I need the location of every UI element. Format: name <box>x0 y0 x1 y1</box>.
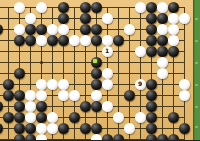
stone-white <box>36 79 47 90</box>
stone-black <box>3 79 14 90</box>
stone-black <box>157 46 168 57</box>
stone-black <box>91 2 102 13</box>
stone-black <box>14 112 25 123</box>
stone-black <box>146 35 157 46</box>
stone-black <box>113 134 124 141</box>
stone-white <box>157 57 168 68</box>
stone-black <box>14 123 25 134</box>
stone-white <box>168 13 179 24</box>
stone-black <box>146 101 157 112</box>
stone-white <box>135 46 146 57</box>
stone-black <box>0 24 3 35</box>
last-move-marker <box>93 59 97 63</box>
stone-white <box>36 35 47 46</box>
stone-white <box>14 2 25 13</box>
stone-black <box>91 24 102 35</box>
stone-white <box>47 123 58 134</box>
stone-white <box>102 35 113 46</box>
stone-black <box>36 101 47 112</box>
strip-fleck <box>195 18 198 20</box>
stone-white <box>102 79 113 90</box>
stone-white <box>179 13 190 24</box>
stone-white <box>124 24 135 35</box>
stone-black <box>146 123 157 134</box>
stone-white <box>157 2 168 13</box>
strip-fleck <box>195 62 198 64</box>
stone-black <box>91 68 102 79</box>
stone-black <box>146 24 157 35</box>
stone-black <box>58 123 69 134</box>
stone-white <box>69 35 80 46</box>
stone-white <box>47 79 58 90</box>
stone-black <box>36 112 47 123</box>
stone-black <box>47 35 58 46</box>
stone-black <box>58 13 69 24</box>
stone-white <box>113 112 124 123</box>
stone-white <box>36 134 47 141</box>
stone-white <box>135 2 146 13</box>
stone-black <box>25 24 36 35</box>
stone-black <box>102 134 113 141</box>
stone-black <box>25 123 36 134</box>
stone-black <box>168 46 179 57</box>
stone-white <box>102 101 113 112</box>
stone-black <box>69 112 80 123</box>
stone-black <box>80 2 91 13</box>
stone-black <box>91 101 102 112</box>
stone-black <box>14 101 25 112</box>
stone-white <box>25 101 36 112</box>
stone-white: 9 <box>135 79 146 90</box>
point-marker <box>40 61 43 64</box>
stone-black <box>25 35 36 46</box>
go-app-screenshot: 19 <box>0 0 200 140</box>
stone-black <box>25 134 36 141</box>
stone-black <box>146 46 157 57</box>
stone-black <box>168 2 179 13</box>
stone-black <box>157 134 168 141</box>
strip-fleck <box>195 40 198 42</box>
stone-black <box>146 112 157 123</box>
stone-white <box>179 90 190 101</box>
stone-white <box>58 90 69 101</box>
stone-black <box>58 2 69 13</box>
stone-white <box>47 112 58 123</box>
stone-white <box>179 79 190 90</box>
stone-black <box>0 123 3 134</box>
stone-black <box>3 112 14 123</box>
stone-black <box>80 24 91 35</box>
stone-white <box>168 35 179 46</box>
stone-black <box>91 123 102 134</box>
stone-black <box>3 90 14 101</box>
move-number-label: 9 <box>138 81 142 87</box>
stone-black <box>0 101 3 112</box>
stone-white <box>157 24 168 35</box>
stone-white <box>36 2 47 13</box>
stone-white <box>69 90 80 101</box>
stone-black <box>14 90 25 101</box>
stone-white <box>47 24 58 35</box>
stone-black <box>146 90 157 101</box>
stone-white <box>102 13 113 24</box>
stone-black <box>14 68 25 79</box>
stone-black <box>168 112 179 123</box>
stone-black <box>146 2 157 13</box>
stone-white <box>168 24 179 35</box>
stone-white <box>36 123 47 134</box>
stone-white <box>124 123 135 134</box>
stone-white <box>102 68 113 79</box>
stone-white <box>36 90 47 101</box>
right-edge-panel <box>193 0 200 140</box>
move-number-label: 1 <box>105 48 109 54</box>
stone-black <box>146 134 157 141</box>
strip-fleck <box>195 84 198 86</box>
stone-black <box>168 134 179 141</box>
stone-white <box>135 112 146 123</box>
stone-black <box>14 35 25 46</box>
stone-black <box>14 134 25 141</box>
stone-black <box>91 35 102 46</box>
stone-black <box>91 79 102 90</box>
stone-black <box>124 90 135 101</box>
stone-black <box>157 13 168 24</box>
stone-white <box>80 35 91 46</box>
stone-white: 1 <box>102 46 113 57</box>
strip-fleck <box>195 126 198 128</box>
stone-white <box>157 68 168 79</box>
stone-white <box>14 24 25 35</box>
stone-white <box>91 134 102 141</box>
stone-white <box>25 13 36 24</box>
strip-fleck <box>195 106 198 108</box>
stone-black <box>113 35 124 46</box>
stone-white <box>25 90 36 101</box>
stone-white <box>58 24 69 35</box>
stone-black <box>36 24 47 35</box>
stone-black <box>146 13 157 24</box>
stone-black <box>91 57 102 68</box>
stone-white <box>25 112 36 123</box>
stone-white <box>58 79 69 90</box>
stone-black <box>80 13 91 24</box>
stone-black <box>80 101 91 112</box>
stone-black <box>58 35 69 46</box>
stone-black <box>146 79 157 90</box>
stone-black <box>157 35 168 46</box>
stone-black <box>179 123 190 134</box>
go-board[interactable]: 19 <box>0 0 193 140</box>
stone-white <box>91 90 102 101</box>
stone-black <box>80 123 91 134</box>
